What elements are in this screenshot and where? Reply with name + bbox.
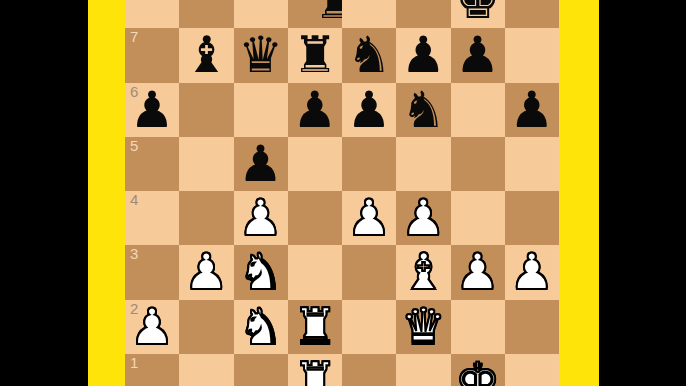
square-h4[interactable] [505, 191, 559, 245]
piece-white-pawn[interactable]: ♟ [184, 247, 229, 297]
square-e2[interactable] [342, 300, 396, 354]
square-e5[interactable] [342, 137, 396, 191]
square-g5[interactable] [451, 137, 505, 191]
square-a5[interactable]: 5 [125, 137, 179, 191]
square-b5[interactable] [179, 137, 233, 191]
square-b3[interactable]: ♟ [179, 245, 233, 299]
yellow-frame-left-bar [88, 0, 125, 386]
piece-black-rook[interactable]: ♜ [292, 30, 337, 80]
square-g1[interactable]: ♚ [451, 354, 505, 386]
square-b2[interactable] [179, 300, 233, 354]
video-frame: ♜♚7♝♛♜♞♟♟6♟♟♟♞♟5♟4♟♟♟3♟♞♝♟♟2♟♞♜♛1♜♚ [0, 0, 686, 386]
square-d8[interactable]: ♜ [288, 0, 342, 28]
square-c8[interactable] [234, 0, 288, 28]
piece-black-pawn[interactable]: ♟ [347, 85, 392, 135]
piece-white-queen[interactable]: ♛ [401, 302, 446, 352]
square-d1[interactable]: ♜ [288, 354, 342, 386]
rank-label-7: 7 [130, 29, 138, 46]
piece-white-pawn[interactable]: ♟ [509, 247, 554, 297]
square-g7[interactable]: ♟ [451, 28, 505, 82]
square-c7[interactable]: ♛ [234, 28, 288, 82]
rank-label-1: 1 [130, 355, 138, 372]
square-g8[interactable]: ♚ [451, 0, 505, 28]
square-h7[interactable] [505, 28, 559, 82]
square-f1[interactable] [396, 354, 450, 386]
square-d4[interactable] [288, 191, 342, 245]
square-c6[interactable] [234, 83, 288, 137]
rank-label-3: 3 [130, 246, 138, 263]
square-f7[interactable]: ♟ [396, 28, 450, 82]
square-e8[interactable] [342, 0, 396, 28]
piece-black-knight[interactable]: ♞ [401, 85, 446, 135]
piece-black-knight[interactable]: ♞ [347, 30, 392, 80]
square-h8[interactable] [505, 0, 559, 28]
square-d3[interactable] [288, 245, 342, 299]
rank-label-5: 5 [130, 138, 138, 155]
piece-white-rook[interactable]: ♜ [292, 302, 337, 352]
piece-black-bishop[interactable]: ♝ [184, 30, 229, 80]
square-c4[interactable]: ♟ [234, 191, 288, 245]
chess-board: ♜♚7♝♛♜♞♟♟6♟♟♟♞♟5♟4♟♟♟3♟♞♝♟♟2♟♞♜♛1♜♚ [125, 0, 559, 386]
piece-black-pawn[interactable]: ♟ [401, 30, 446, 80]
square-e6[interactable]: ♟ [342, 83, 396, 137]
square-b6[interactable] [179, 83, 233, 137]
piece-black-pawn[interactable]: ♟ [292, 85, 337, 135]
square-c2[interactable]: ♞ [234, 300, 288, 354]
square-f5[interactable] [396, 137, 450, 191]
piece-white-pawn[interactable]: ♟ [401, 193, 446, 243]
piece-white-rook[interactable]: ♜ [292, 356, 337, 386]
square-a7[interactable]: 7 [125, 28, 179, 82]
piece-white-knight[interactable]: ♞ [238, 247, 283, 297]
square-a3[interactable]: 3 [125, 245, 179, 299]
square-h2[interactable] [505, 300, 559, 354]
square-a6[interactable]: 6♟ [125, 83, 179, 137]
rank-label-4: 4 [130, 192, 138, 209]
square-c3[interactable]: ♞ [234, 245, 288, 299]
square-g3[interactable]: ♟ [451, 245, 505, 299]
square-f4[interactable]: ♟ [396, 191, 450, 245]
square-h1[interactable] [505, 354, 559, 386]
square-b4[interactable] [179, 191, 233, 245]
rank-label-6: 6 [130, 84, 138, 101]
piece-white-knight[interactable]: ♞ [238, 302, 283, 352]
square-g2[interactable] [451, 300, 505, 354]
square-b7[interactable]: ♝ [179, 28, 233, 82]
piece-white-pawn[interactable]: ♟ [347, 193, 392, 243]
square-e7[interactable]: ♞ [342, 28, 396, 82]
square-d2[interactable]: ♜ [288, 300, 342, 354]
piece-white-bishop[interactable]: ♝ [401, 247, 446, 297]
square-e3[interactable] [342, 245, 396, 299]
square-f8[interactable] [396, 0, 450, 28]
square-a8[interactable] [125, 0, 179, 28]
square-b8[interactable] [179, 0, 233, 28]
square-a2[interactable]: 2♟ [125, 300, 179, 354]
square-h3[interactable]: ♟ [505, 245, 559, 299]
square-e4[interactable]: ♟ [342, 191, 396, 245]
square-g4[interactable] [451, 191, 505, 245]
square-a4[interactable]: 4 [125, 191, 179, 245]
square-a1[interactable]: 1 [125, 354, 179, 386]
square-g6[interactable] [451, 83, 505, 137]
piece-white-pawn[interactable]: ♟ [238, 193, 283, 243]
square-f6[interactable]: ♞ [396, 83, 450, 137]
square-b1[interactable] [179, 354, 233, 386]
square-c5[interactable]: ♟ [234, 137, 288, 191]
square-h6[interactable]: ♟ [505, 83, 559, 137]
square-h5[interactable] [505, 137, 559, 191]
piece-black-pawn[interactable]: ♟ [509, 85, 554, 135]
square-f3[interactable]: ♝ [396, 245, 450, 299]
square-d6[interactable]: ♟ [288, 83, 342, 137]
square-f2[interactable]: ♛ [396, 300, 450, 354]
piece-white-pawn[interactable]: ♟ [455, 247, 500, 297]
square-d5[interactable] [288, 137, 342, 191]
piece-black-king[interactable]: ♚ [455, 0, 500, 26]
piece-white-king[interactable]: ♚ [455, 356, 500, 386]
square-d7[interactable]: ♜ [288, 28, 342, 82]
piece-black-queen[interactable]: ♛ [238, 30, 283, 80]
rank-label-2: 2 [130, 301, 138, 318]
yellow-frame-right-bar [559, 0, 599, 386]
square-c1[interactable] [234, 354, 288, 386]
piece-black-pawn[interactable]: ♟ [455, 30, 500, 80]
square-e1[interactable] [342, 354, 396, 386]
piece-black-pawn[interactable]: ♟ [238, 139, 283, 189]
